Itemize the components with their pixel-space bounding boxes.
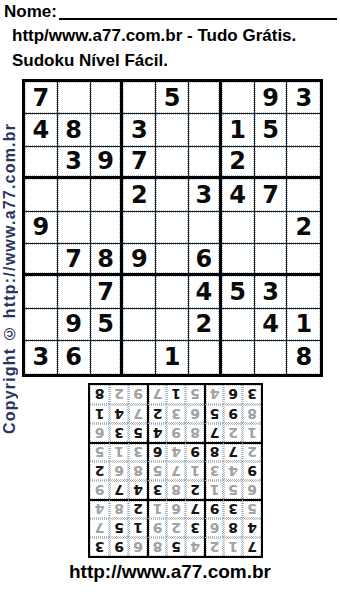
cell-r1c9[interactable]: 3 [287, 82, 320, 114]
solution-cell-r6c1: 2 [242, 442, 261, 461]
solution-cell-r2c7: 1 [128, 518, 147, 537]
solution-cell-r9c1: 3 [242, 385, 261, 404]
cell-r3c6[interactable] [189, 147, 222, 179]
solution-cell-r6c2: 7 [223, 442, 242, 461]
solution-cell-r7c4: 8 [185, 423, 204, 442]
solution-cell-r8c8: 4 [109, 404, 128, 423]
solution-cell-r6c8: 1 [109, 442, 128, 461]
site-title: http/www.a77.com.br - Tudo Grátis. [12, 26, 296, 46]
cell-r7c1[interactable] [25, 276, 58, 308]
solution-cell-r3c5: 6 [166, 499, 185, 518]
solution-cell-r4c2: 5 [223, 480, 242, 499]
solution-cell-r9c5: 1 [166, 385, 185, 404]
solution-cell-r5c9: 2 [90, 461, 109, 480]
cell-r6c7[interactable] [222, 244, 255, 276]
cell-r9c6[interactable] [189, 341, 222, 373]
cell-r8c9[interactable]: 1 [287, 309, 320, 341]
cell-r2c2[interactable]: 8 [58, 114, 91, 146]
cell-r8c7[interactable] [222, 309, 255, 341]
solution-cell-r3c9: 4 [90, 499, 109, 518]
solution-cell-r1c4: 4 [185, 537, 204, 556]
cell-r5c2[interactable] [58, 212, 91, 244]
solution-cell-r3c6: 1 [147, 499, 166, 518]
solution-cell-r5c8: 6 [109, 461, 128, 480]
solution-cell-r2c3: 6 [204, 518, 223, 537]
cell-r4c4[interactable]: 2 [123, 179, 156, 211]
solution-cell-r1c1: 7 [242, 537, 261, 556]
solution-cell-r3c7: 2 [128, 499, 147, 518]
cell-r7c8[interactable]: 3 [255, 276, 288, 308]
solution-cell-r2c2: 8 [223, 518, 242, 537]
cell-r8c6[interactable]: 2 [189, 309, 222, 341]
cell-r4c7[interactable]: 4 [222, 179, 255, 211]
cell-r6c2[interactable]: 7 [58, 244, 91, 276]
cell-r5c5[interactable] [156, 212, 189, 244]
solution-cell-r6c7: 3 [128, 442, 147, 461]
solution-cell-r4c7: 4 [128, 480, 147, 499]
solution-cell-r7c3: 7 [204, 423, 223, 442]
cell-r5c1[interactable]: 9 [25, 212, 58, 244]
cell-r9c2[interactable]: 6 [58, 341, 91, 373]
cell-r6c4[interactable]: 9 [123, 244, 156, 276]
cell-r9c7[interactable] [222, 341, 255, 373]
footer-url: http://www.a77.com.br [0, 561, 340, 583]
solution-cell-r8c2: 9 [223, 404, 242, 423]
cell-r5c7[interactable] [222, 212, 255, 244]
cell-r2c9[interactable] [287, 114, 320, 146]
cell-r1c5[interactable]: 5 [156, 82, 189, 114]
solution-cell-r8c1: 8 [242, 404, 261, 423]
cell-r6c3[interactable]: 8 [91, 244, 124, 276]
cell-r1c3[interactable] [91, 82, 124, 114]
page: Nome: http/www.a77.com.br - Tudo Grátis.… [0, 0, 340, 596]
solution-cell-r4c5: 8 [166, 480, 185, 499]
cell-r3c2[interactable]: 3 [58, 147, 91, 179]
cell-r5c4[interactable] [123, 212, 156, 244]
cell-r5c3[interactable] [91, 212, 124, 244]
solution-cell-r5c6: 5 [147, 461, 166, 480]
solution-cell-r8c5: 3 [166, 404, 185, 423]
cell-r7c5[interactable] [156, 276, 189, 308]
solution-cell-r8c3: 5 [204, 404, 223, 423]
solution-cell-r8c6: 2 [147, 404, 166, 423]
solution-cell-r4c3: 1 [204, 480, 223, 499]
cell-r2c5[interactable] [156, 114, 189, 146]
sudoku-solution-board: 7124586934863291575397612846512834799431… [88, 383, 263, 558]
solution-cell-r6c6: 6 [147, 442, 166, 461]
cell-r6c9[interactable] [287, 244, 320, 276]
solution-cell-r7c8: 3 [109, 423, 128, 442]
cell-r4c8[interactable]: 7 [255, 179, 288, 211]
cell-r5c6[interactable] [189, 212, 222, 244]
solution-cell-r5c7: 8 [128, 461, 147, 480]
solution-cell-r8c4: 6 [185, 404, 204, 423]
cell-r2c6[interactable] [189, 114, 222, 146]
cell-r4c1[interactable] [25, 179, 58, 211]
solution-cell-r3c3: 9 [204, 499, 223, 518]
cell-r8c4[interactable] [123, 309, 156, 341]
cell-r1c8[interactable]: 9 [255, 82, 288, 114]
cell-r8c1[interactable] [25, 309, 58, 341]
solution-cell-r9c4: 5 [185, 385, 204, 404]
cell-r1c6[interactable] [189, 82, 222, 114]
copyright-text: Copyright © http://www.a77.com.br [1, 79, 21, 434]
solution-cell-r7c2: 2 [223, 423, 242, 442]
solution-cell-r4c9: 9 [90, 480, 109, 499]
solution-cell-r2c9: 7 [90, 518, 109, 537]
solution-cell-r2c8: 5 [109, 518, 128, 537]
cell-r5c8[interactable] [255, 212, 288, 244]
cell-r3c7[interactable]: 2 [222, 147, 255, 179]
cell-r6c5[interactable] [156, 244, 189, 276]
difficulty-title: Sudoku Nível Fácil. [12, 51, 168, 71]
cell-r1c7[interactable] [222, 82, 255, 114]
cell-r1c4[interactable] [123, 82, 156, 114]
solution-cell-r5c5: 7 [166, 461, 185, 480]
cell-r9c5[interactable]: 1 [156, 341, 189, 373]
cell-r4c9[interactable] [287, 179, 320, 211]
solution-cell-r6c4: 9 [185, 442, 204, 461]
solution-cell-r9c7: 9 [128, 385, 147, 404]
solution-cell-r2c6: 9 [147, 518, 166, 537]
solution-cell-r4c4: 2 [185, 480, 204, 499]
solution-cell-r7c6: 4 [147, 423, 166, 442]
solution-cell-r5c2: 4 [223, 461, 242, 480]
solution-cell-r5c3: 3 [204, 461, 223, 480]
solution-cell-r1c5: 5 [166, 537, 185, 556]
cell-r9c1[interactable]: 3 [25, 341, 58, 373]
solution-cell-r6c5: 4 [166, 442, 185, 461]
cell-r3c5[interactable] [156, 147, 189, 179]
cell-r8c3[interactable]: 5 [91, 309, 124, 341]
solution-cell-r2c5: 2 [166, 518, 185, 537]
solution-cell-r7c1: 1 [242, 423, 261, 442]
cell-r2c1[interactable]: 4 [25, 114, 58, 146]
cell-r6c6[interactable]: 6 [189, 244, 222, 276]
cell-r7c2[interactable] [58, 276, 91, 308]
cell-r4c6[interactable]: 3 [189, 179, 222, 211]
cell-r3c9[interactable] [287, 147, 320, 179]
solution-cell-r9c3: 4 [204, 385, 223, 404]
solution-cell-r1c6: 8 [147, 537, 166, 556]
cell-r2c7[interactable]: 1 [222, 114, 255, 146]
solution-cell-r8c7: 7 [128, 404, 147, 423]
cell-r1c2[interactable] [58, 82, 91, 114]
sudoku-board: 759348315397223479278967453952413618 [22, 79, 323, 377]
cell-r4c5[interactable] [156, 179, 189, 211]
solution-cell-r2c1: 4 [242, 518, 261, 537]
solution-cell-r1c9: 3 [90, 537, 109, 556]
cell-r3c3[interactable]: 9 [91, 147, 124, 179]
solution-cell-r9c9: 8 [90, 385, 109, 404]
solution-cell-r9c8: 2 [109, 385, 128, 404]
cell-r8c8[interactable]: 4 [255, 309, 288, 341]
cell-r4c3[interactable] [91, 179, 124, 211]
cell-r7c3[interactable]: 7 [91, 276, 124, 308]
cell-r2c4[interactable]: 3 [123, 114, 156, 146]
cell-r5c9[interactable]: 2 [287, 212, 320, 244]
solution-cell-r3c8: 8 [109, 499, 128, 518]
solution-cell-r1c8: 9 [109, 537, 128, 556]
cell-r6c8[interactable] [255, 244, 288, 276]
solution-cell-r2c4: 3 [185, 518, 204, 537]
cell-r9c9[interactable]: 8 [287, 341, 320, 373]
solution-cell-r7c5: 9 [166, 423, 185, 442]
solution-cell-r3c2: 3 [223, 499, 242, 518]
solution-cell-r3c1: 5 [242, 499, 261, 518]
cell-r6c1[interactable] [25, 244, 58, 276]
solution-cell-r4c8: 7 [109, 480, 128, 499]
name-label: Nome: [4, 2, 57, 22]
solution-cell-r1c2: 1 [223, 537, 242, 556]
solution-cell-r6c3: 8 [204, 442, 223, 461]
cell-r9c3[interactable] [91, 341, 124, 373]
solution-cell-r9c6: 7 [147, 385, 166, 404]
cell-r9c8[interactable] [255, 341, 288, 373]
solution-cell-r1c3: 2 [204, 537, 223, 556]
solution-cell-r7c7: 5 [128, 423, 147, 442]
cell-r8c5[interactable] [156, 309, 189, 341]
solution-cell-r6c9: 5 [90, 442, 109, 461]
solution-cell-r5c1: 9 [242, 461, 261, 480]
solution-cell-r3c4: 7 [185, 499, 204, 518]
solution-cell-r8c9: 1 [90, 404, 109, 423]
cell-r7c4[interactable] [123, 276, 156, 308]
solution-cell-r4c1: 6 [242, 480, 261, 499]
cell-r3c1[interactable] [25, 147, 58, 179]
solution-cell-r1c7: 6 [128, 537, 147, 556]
solution-cell-r4c6: 3 [147, 480, 166, 499]
cell-r2c8[interactable]: 5 [255, 114, 288, 146]
cell-r8c2[interactable]: 9 [58, 309, 91, 341]
cell-r7c6[interactable]: 4 [189, 276, 222, 308]
name-fill-line[interactable] [59, 6, 337, 20]
cell-r9c4[interactable] [123, 341, 156, 373]
cell-r7c9[interactable] [287, 276, 320, 308]
cell-r3c4[interactable]: 7 [123, 147, 156, 179]
solution-cell-r9c2: 6 [223, 385, 242, 404]
solution-cell-r7c9: 6 [90, 423, 109, 442]
cell-r1c1[interactable]: 7 [25, 82, 58, 114]
cell-r3c8[interactable] [255, 147, 288, 179]
name-row: Nome: [4, 2, 337, 22]
cell-r7c7[interactable]: 5 [222, 276, 255, 308]
solution-cell-r5c4: 1 [185, 461, 204, 480]
cell-r2c3[interactable] [91, 114, 124, 146]
cell-r4c2[interactable] [58, 179, 91, 211]
